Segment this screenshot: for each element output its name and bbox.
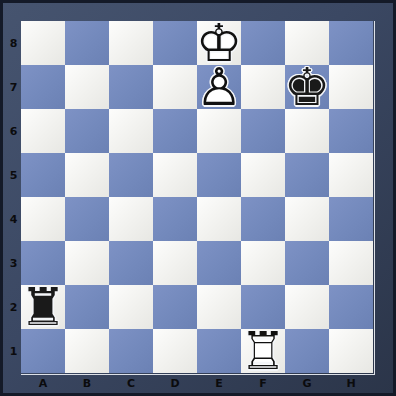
file-label-a: A bbox=[21, 374, 65, 393]
square-d3[interactable] bbox=[153, 241, 197, 285]
square-h3[interactable] bbox=[329, 241, 373, 285]
board-frame: 87654321 ♚♔♟♙♚♚♜♜♜♖ ABCDEFGH bbox=[0, 0, 396, 396]
square-f5[interactable] bbox=[241, 153, 285, 197]
square-g4[interactable] bbox=[285, 197, 329, 241]
piece-fill-glyph: ♜ bbox=[21, 285, 65, 329]
square-a6[interactable] bbox=[21, 109, 65, 153]
file-label-e: E bbox=[197, 374, 241, 393]
piece-halo-glyph: ♜ bbox=[241, 329, 285, 373]
file-label-g: G bbox=[285, 374, 329, 393]
piece-halo-glyph: ♜ bbox=[21, 285, 65, 329]
piece-fill-glyph: ♚ bbox=[285, 65, 329, 109]
square-f8[interactable] bbox=[241, 21, 285, 65]
square-c3[interactable] bbox=[109, 241, 153, 285]
square-d4[interactable] bbox=[153, 197, 197, 241]
square-c2[interactable] bbox=[109, 285, 153, 329]
square-e3[interactable] bbox=[197, 241, 241, 285]
square-b7[interactable] bbox=[65, 65, 109, 109]
square-f4[interactable] bbox=[241, 197, 285, 241]
square-a4[interactable] bbox=[21, 197, 65, 241]
square-c5[interactable] bbox=[109, 153, 153, 197]
piece-white-king[interactable]: ♚♔ bbox=[197, 21, 241, 65]
piece-white-pawn[interactable]: ♟♙ bbox=[197, 65, 241, 109]
chess-board: ♚♔♟♙♚♚♜♜♜♖ bbox=[21, 21, 375, 375]
square-g8[interactable] bbox=[285, 21, 329, 65]
square-b4[interactable] bbox=[65, 197, 109, 241]
square-e8[interactable]: ♚♔ bbox=[197, 21, 241, 65]
square-f1[interactable]: ♜♖ bbox=[241, 329, 285, 373]
square-c6[interactable] bbox=[109, 109, 153, 153]
square-d1[interactable] bbox=[153, 329, 197, 373]
square-h7[interactable] bbox=[329, 65, 373, 109]
square-h5[interactable] bbox=[329, 153, 373, 197]
square-c1[interactable] bbox=[109, 329, 153, 373]
square-f3[interactable] bbox=[241, 241, 285, 285]
square-h8[interactable] bbox=[329, 21, 373, 65]
square-c8[interactable] bbox=[109, 21, 153, 65]
square-d7[interactable] bbox=[153, 65, 197, 109]
square-c4[interactable] bbox=[109, 197, 153, 241]
file-label-b: B bbox=[65, 374, 109, 393]
square-e5[interactable] bbox=[197, 153, 241, 197]
file-label-d: D bbox=[153, 374, 197, 393]
square-a3[interactable] bbox=[21, 241, 65, 285]
square-d8[interactable] bbox=[153, 21, 197, 65]
piece-halo-glyph: ♚ bbox=[285, 65, 329, 109]
square-a1[interactable] bbox=[21, 329, 65, 373]
rank-label-2: 2 bbox=[3, 285, 21, 329]
square-d2[interactable] bbox=[153, 285, 197, 329]
square-h2[interactable] bbox=[329, 285, 373, 329]
square-a8[interactable] bbox=[21, 21, 65, 65]
rank-label-7: 7 bbox=[3, 65, 21, 109]
piece-white-rook[interactable]: ♜♖ bbox=[241, 329, 285, 373]
file-label-f: F bbox=[241, 374, 285, 393]
square-g2[interactable] bbox=[285, 285, 329, 329]
square-c7[interactable] bbox=[109, 65, 153, 109]
square-f6[interactable] bbox=[241, 109, 285, 153]
square-e6[interactable] bbox=[197, 109, 241, 153]
square-g1[interactable] bbox=[285, 329, 329, 373]
square-g5[interactable] bbox=[285, 153, 329, 197]
piece-black-king[interactable]: ♚♚ bbox=[285, 65, 329, 109]
square-b6[interactable] bbox=[65, 109, 109, 153]
square-h6[interactable] bbox=[329, 109, 373, 153]
file-label-h: H bbox=[329, 374, 373, 393]
piece-halo-glyph: ♟ bbox=[197, 65, 241, 109]
rank-label-8: 8 bbox=[3, 21, 21, 65]
square-d6[interactable] bbox=[153, 109, 197, 153]
square-h4[interactable] bbox=[329, 197, 373, 241]
square-g6[interactable] bbox=[285, 109, 329, 153]
square-e4[interactable] bbox=[197, 197, 241, 241]
rank-label-5: 5 bbox=[3, 153, 21, 197]
square-b2[interactable] bbox=[65, 285, 109, 329]
square-e1[interactable] bbox=[197, 329, 241, 373]
square-h1[interactable] bbox=[329, 329, 373, 373]
square-b5[interactable] bbox=[65, 153, 109, 197]
square-a2[interactable]: ♜♜ bbox=[21, 285, 65, 329]
square-f7[interactable] bbox=[241, 65, 285, 109]
rank-label-3: 3 bbox=[3, 241, 21, 285]
rank-label-6: 6 bbox=[3, 109, 21, 153]
square-e2[interactable] bbox=[197, 285, 241, 329]
file-labels: ABCDEFGH bbox=[21, 374, 373, 393]
square-b1[interactable] bbox=[65, 329, 109, 373]
square-f2[interactable] bbox=[241, 285, 285, 329]
square-a5[interactable] bbox=[21, 153, 65, 197]
piece-outline-glyph: ♖ bbox=[241, 329, 285, 373]
rank-labels: 87654321 bbox=[3, 21, 21, 373]
piece-outline-glyph: ♔ bbox=[197, 21, 241, 65]
rank-label-1: 1 bbox=[3, 329, 21, 373]
square-g3[interactable] bbox=[285, 241, 329, 285]
piece-halo-glyph: ♚ bbox=[197, 21, 241, 65]
square-b8[interactable] bbox=[65, 21, 109, 65]
square-a7[interactable] bbox=[21, 65, 65, 109]
square-e7[interactable]: ♟♙ bbox=[197, 65, 241, 109]
square-g7[interactable]: ♚♚ bbox=[285, 65, 329, 109]
square-b3[interactable] bbox=[65, 241, 109, 285]
file-label-c: C bbox=[109, 374, 153, 393]
piece-black-rook[interactable]: ♜♜ bbox=[21, 285, 65, 329]
rank-label-4: 4 bbox=[3, 197, 21, 241]
square-d5[interactable] bbox=[153, 153, 197, 197]
piece-outline-glyph: ♙ bbox=[197, 65, 241, 109]
